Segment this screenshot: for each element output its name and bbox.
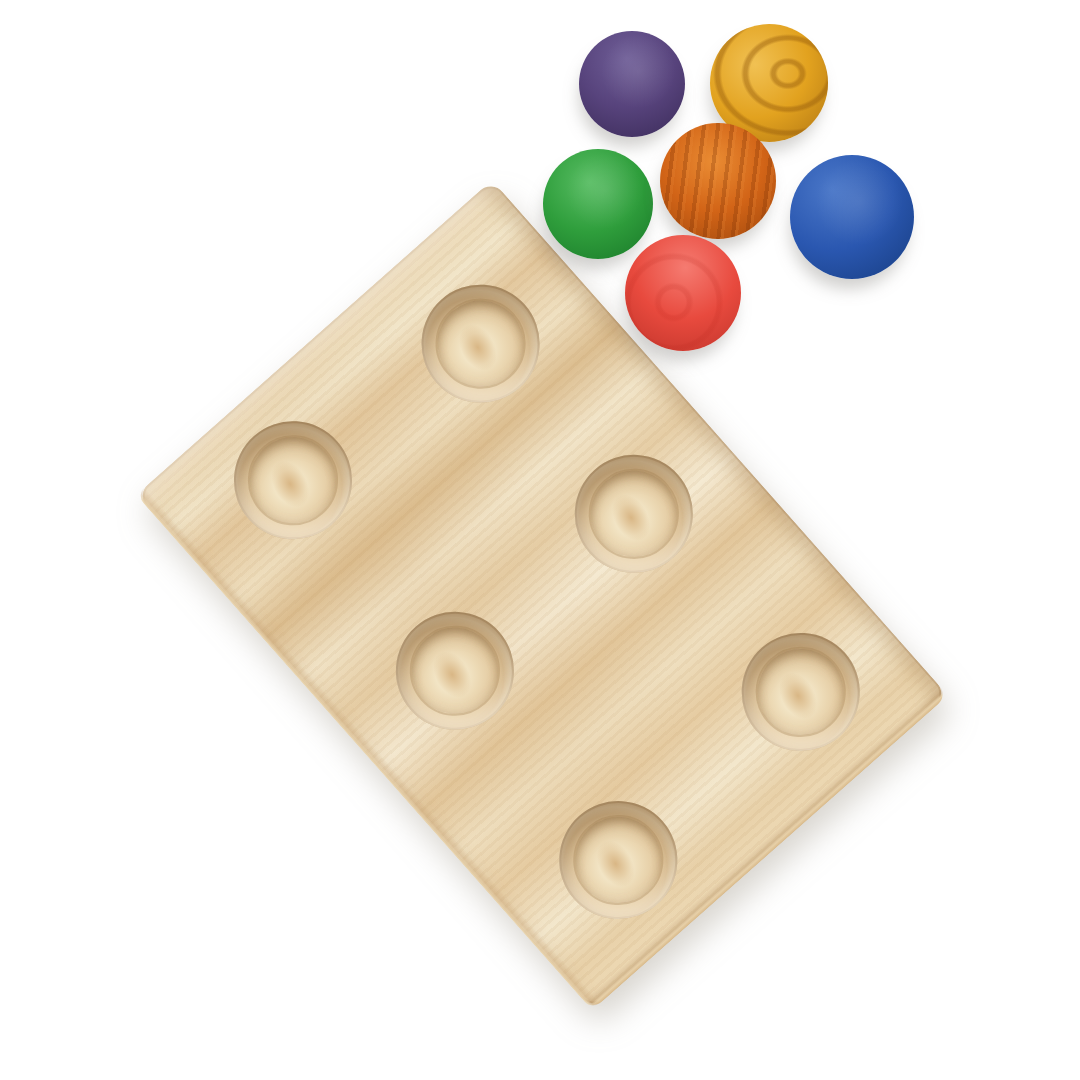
- product-photo-scene: [0, 0, 1080, 1080]
- pit-r2c1[interactable]: [210, 397, 377, 564]
- ball-blue[interactable]: [790, 155, 914, 279]
- pit-r1c3[interactable]: [717, 609, 884, 776]
- pit-r1c1[interactable]: [397, 260, 564, 427]
- sorting-board: [136, 180, 948, 1010]
- ball-red[interactable]: [625, 235, 741, 351]
- ball-orange[interactable]: [660, 123, 776, 239]
- ball-purple[interactable]: [579, 31, 685, 137]
- pit-r1c2[interactable]: [551, 431, 718, 598]
- board-shadow-wrapper: [0, 0, 1080, 1080]
- pit-r2c2[interactable]: [372, 588, 539, 755]
- board-edge-face-bottom: [136, 487, 600, 1010]
- ball-green[interactable]: [543, 149, 653, 259]
